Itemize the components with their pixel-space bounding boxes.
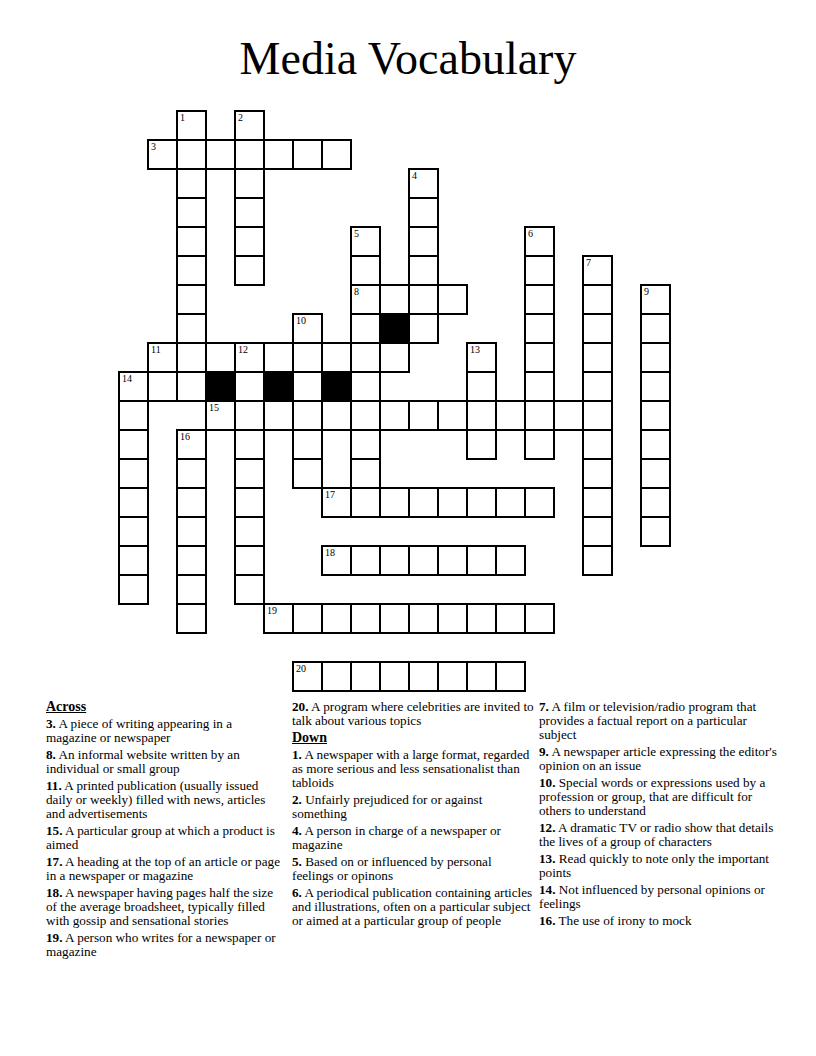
grid-cell[interactable]: 8 [350,284,381,315]
grid-cell[interactable] [263,342,294,373]
grid-cell[interactable]: 15 [205,400,236,431]
clue-column-2: 20. A program where celebrities are invi… [292,700,534,931]
clue-number: 12. [539,820,555,835]
clue-number: 2. [292,792,302,807]
grid-cell[interactable] [553,400,584,431]
cell-number: 10 [296,315,306,326]
cell-number: 17 [325,489,335,500]
clue-a17: 17. A heading at the top of an article o… [46,855,284,883]
grid-cell[interactable] [408,197,439,228]
black-cell [321,371,352,402]
clue-d12: 12. A dramatic TV or radio show that det… [539,821,785,849]
grid-cell[interactable] [408,226,439,257]
grid-cell[interactable]: 17 [321,487,352,518]
clue-a11: 11. A printed publication (usually issue… [46,779,284,821]
grid-cell[interactable] [466,603,497,634]
grid-cell[interactable] [350,603,381,634]
grid-cell[interactable] [582,342,613,373]
grid-cell[interactable] [524,284,555,315]
grid-cell[interactable] [205,139,236,170]
grid-cell[interactable] [263,139,294,170]
grid-cell[interactable] [234,487,265,518]
cell-number: 18 [325,547,335,558]
clue-list-header-down: Down [292,731,534,745]
clue-a19: 19. A person who writes for a newspaper … [46,931,284,959]
grid-cell[interactable] [321,603,352,634]
grid-cell[interactable] [321,400,352,431]
grid-cell[interactable]: 9 [640,284,671,315]
grid-cell[interactable] [118,429,149,460]
grid-cell[interactable] [176,574,207,605]
grid-cell[interactable] [292,342,323,373]
clue-number: 5. [292,854,302,869]
grid-cell[interactable] [263,400,294,431]
grid-cell[interactable]: 4 [408,168,439,199]
grid-cell[interactable] [379,487,410,518]
clue-d4: 4. A person in charge of a newspaper or … [292,824,534,852]
clue-number: 4. [292,823,302,838]
grid-cell[interactable] [176,255,207,286]
grid-cell[interactable] [640,342,671,373]
crossword-grid: 1234567891011121314151617181920 [118,110,671,692]
clue-column-3: 7. A film or television/radio program th… [539,700,785,931]
grid-cell[interactable]: 19 [263,603,294,634]
grid-cell[interactable]: 1 [176,110,207,141]
grid-cell[interactable] [292,429,323,460]
grid-cell[interactable]: 18 [321,545,352,576]
grid-cell[interactable] [495,545,526,576]
clue-number: 6. [292,885,302,900]
grid-cell[interactable] [495,661,526,692]
grid-cell[interactable] [350,545,381,576]
grid-cell[interactable] [466,545,497,576]
grid-cell[interactable] [466,487,497,518]
grid-cell[interactable]: 3 [147,139,178,170]
grid-cell[interactable]: 10 [292,313,323,344]
grid-cell[interactable] [292,603,323,634]
grid-cell[interactable] [234,574,265,605]
cell-number: 8 [354,286,359,297]
grid-cell[interactable] [582,371,613,402]
grid-cell[interactable] [582,313,613,344]
clue-d16: 16. The use of irony to mock [539,914,785,928]
grid-cell[interactable] [118,400,149,431]
grid-cell[interactable] [350,313,381,344]
grid-cell[interactable] [495,400,526,431]
grid-cell[interactable] [234,255,265,286]
grid-cell[interactable] [292,400,323,431]
grid-cell[interactable] [524,487,555,518]
grid-cell[interactable] [524,371,555,402]
clue-d1: 1. A newspaper with a large format, rega… [292,748,534,790]
grid-cell[interactable] [524,255,555,286]
clue-a20: 20. A program where celebrities are invi… [292,700,534,728]
cell-number: 14 [122,373,132,384]
grid-cell[interactable] [118,516,149,547]
clue-a8: 8. An informal website written by an ind… [46,748,284,776]
grid-cell[interactable] [234,458,265,489]
clue-list-header-across: Across [46,700,284,714]
grid-cell[interactable] [321,661,352,692]
black-cell [205,371,236,402]
clue-number: 10. [539,775,555,790]
grid-cell[interactable] [234,197,265,228]
cell-number: 3 [151,141,156,152]
grid-cell[interactable] [234,429,265,460]
puzzle-title: Media Vocabulary [0,32,816,85]
grid-cell[interactable]: 16 [176,429,207,460]
grid-cell[interactable] [176,313,207,344]
grid-cell[interactable] [234,371,265,402]
grid-cell[interactable] [437,400,468,431]
grid-cell[interactable] [408,313,439,344]
grid-cell[interactable] [524,603,555,634]
cell-number: 12 [238,344,248,355]
grid-cell[interactable] [350,429,381,460]
grid-cell[interactable] [495,487,526,518]
clue-number: 11. [46,778,62,793]
grid-cell[interactable]: 5 [350,226,381,257]
grid-cell[interactable] [437,603,468,634]
grid-cell[interactable] [408,603,439,634]
grid-cell[interactable]: 2 [234,110,265,141]
crossword-worksheet: Media Vocabulary 12345678910111213141516… [0,0,816,1056]
clue-d10: 10. Special words or expressions used by… [539,776,785,818]
clue-number: 9. [539,744,549,759]
grid-cell[interactable] [379,342,410,373]
grid-cell[interactable] [379,603,410,634]
cell-number: 19 [267,605,277,616]
clue-number: 15. [46,823,62,838]
grid-cell[interactable] [466,429,497,460]
grid-cell[interactable] [379,400,410,431]
cell-number: 6 [528,228,533,239]
grid-cell[interactable] [495,603,526,634]
grid-cell[interactable] [118,574,149,605]
grid-cell[interactable]: 13 [466,342,497,373]
grid-cell[interactable] [176,516,207,547]
grid-cell[interactable]: 20 [292,661,323,692]
grid-cell[interactable] [118,545,149,576]
grid-cell[interactable] [640,516,671,547]
grid-cell[interactable] [118,458,149,489]
grid-cell[interactable] [350,661,381,692]
grid-cell[interactable] [408,487,439,518]
cell-number: 2 [238,112,243,123]
grid-cell[interactable] [582,487,613,518]
grid-cell[interactable] [176,284,207,315]
grid-cell[interactable] [350,255,381,286]
grid-cell[interactable]: 11 [147,342,178,373]
grid-cell[interactable] [234,516,265,547]
grid-cell[interactable] [524,313,555,344]
grid-cell[interactable] [582,284,613,315]
grid-cell[interactable] [234,400,265,431]
grid-cell[interactable] [176,168,207,199]
grid-cell[interactable] [176,197,207,228]
grid-cell[interactable] [350,371,381,402]
clue-number: 19. [46,930,62,945]
grid-cell[interactable] [292,371,323,402]
grid-cell[interactable] [176,545,207,576]
grid-cell[interactable] [292,139,323,170]
clue-number: 14. [539,882,555,897]
grid-cell[interactable] [408,545,439,576]
grid-cell[interactable]: 14 [118,371,149,402]
cell-number: 16 [180,431,190,442]
clue-d14: 14. Not influenced by personal opinions … [539,883,785,911]
cell-number: 1 [180,112,185,123]
grid-cell[interactable] [640,400,671,431]
grid-cell[interactable] [408,284,439,315]
grid-cell[interactable] [118,487,149,518]
grid-cell[interactable] [466,400,497,431]
clue-a18: 18. A newspaper having pages half the si… [46,886,284,928]
grid-cell[interactable] [466,371,497,402]
grid-cell[interactable] [321,139,352,170]
cell-number: 20 [296,663,306,674]
grid-cell[interactable]: 7 [582,255,613,286]
grid-cell[interactable] [640,487,671,518]
grid-cell[interactable] [176,603,207,634]
grid-cell[interactable] [524,342,555,373]
grid-cell[interactable] [437,661,468,692]
cell-number: 13 [470,344,480,355]
grid-cell[interactable] [437,487,468,518]
grid-cell[interactable] [234,226,265,257]
grid-cell[interactable] [640,371,671,402]
grid-cell[interactable] [350,342,381,373]
grid-cell[interactable] [321,342,352,373]
grid-cell[interactable] [176,226,207,257]
grid-cell[interactable] [176,371,207,402]
grid-cell[interactable] [437,284,468,315]
grid-cell[interactable] [234,545,265,576]
clue-number: 1. [292,747,302,762]
clue-number: 3. [46,716,56,731]
clue-number: 17. [46,854,62,869]
grid-cell[interactable] [176,342,207,373]
cell-number: 11 [151,344,161,355]
clue-number: 20. [292,699,308,714]
grid-cell[interactable] [379,284,410,315]
grid-cell[interactable] [379,661,410,692]
grid-cell[interactable] [640,458,671,489]
grid-cell[interactable] [234,139,265,170]
grid-cell[interactable] [582,545,613,576]
grid-cell[interactable] [582,400,613,431]
grid-cell[interactable] [350,458,381,489]
grid-cell[interactable] [582,429,613,460]
grid-cell[interactable] [234,168,265,199]
black-cell [379,313,410,344]
clue-d9: 9. A newspaper article expressing the ed… [539,745,785,773]
grid-cell[interactable] [292,458,323,489]
grid-cell[interactable] [176,139,207,170]
clue-number: 18. [46,885,62,900]
grid-cell[interactable] [350,487,381,518]
grid-cell[interactable] [640,313,671,344]
cell-number: 7 [586,257,591,268]
grid-cell[interactable] [524,429,555,460]
cell-number: 15 [209,402,219,413]
cell-number: 4 [412,170,417,181]
grid-cell[interactable] [408,400,439,431]
clue-d5: 5. Based on or influenced by personal fe… [292,855,534,883]
cell-number: 9 [644,286,649,297]
grid-cell[interactable]: 6 [524,226,555,257]
clue-a15: 15. A particular group at which a produc… [46,824,284,852]
clue-d2: 2. Unfairly prejudiced for or against so… [292,793,534,821]
grid-cell[interactable] [582,516,613,547]
grid-cell[interactable] [379,545,410,576]
clue-number: 7. [539,699,549,714]
grid-cell[interactable] [205,342,236,373]
grid-cell[interactable] [437,545,468,576]
grid-cell[interactable] [147,371,178,402]
clue-number: 13. [539,851,555,866]
grid-cell[interactable] [582,458,613,489]
clue-column-1: Across3. A piece of writing appearing in… [46,700,284,962]
grid-cell[interactable] [176,458,207,489]
clue-d6: 6. A periodical publication containing a… [292,886,534,928]
clue-a3: 3. A piece of writing appearing in a mag… [46,717,284,745]
black-cell [263,371,294,402]
grid-cell[interactable] [640,429,671,460]
grid-cell[interactable] [176,487,207,518]
clue-d7: 7. A film or television/radio program th… [539,700,785,742]
clue-number: 16. [539,913,555,928]
grid-cell[interactable] [408,661,439,692]
grid-cell[interactable] [466,661,497,692]
clue-number: 8. [46,747,56,762]
clue-d13: 13. Read quickly to note only the import… [539,852,785,880]
grid-cell[interactable]: 12 [234,342,265,373]
grid-cell[interactable] [524,400,555,431]
cell-number: 5 [354,228,359,239]
grid-cell[interactable] [350,400,381,431]
grid-cell[interactable] [408,255,439,286]
